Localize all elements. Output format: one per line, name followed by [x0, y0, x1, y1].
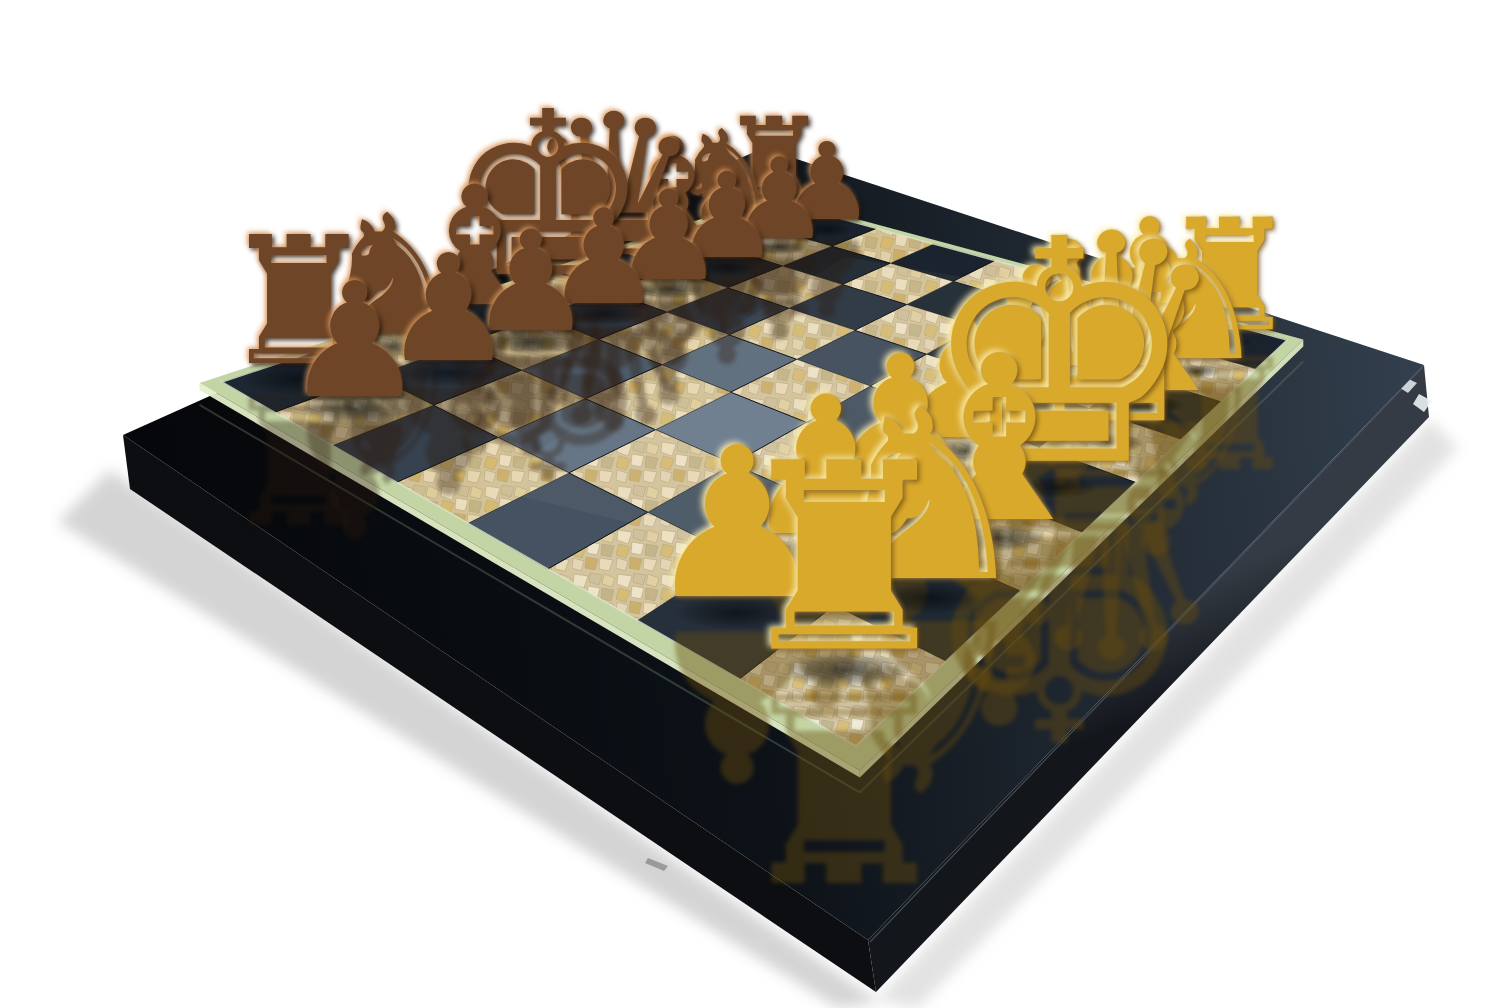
chess-board — [0, 0, 1500, 1008]
chess-set-photo: ♜♜♟♟♞♞♟♟♝♝♟♟♛♛♟♟♚♚♟♟♝♝♟♟♟♟♜♜♞♞♟♟♞♞♟♟♟♟♜♜… — [0, 0, 1500, 1008]
